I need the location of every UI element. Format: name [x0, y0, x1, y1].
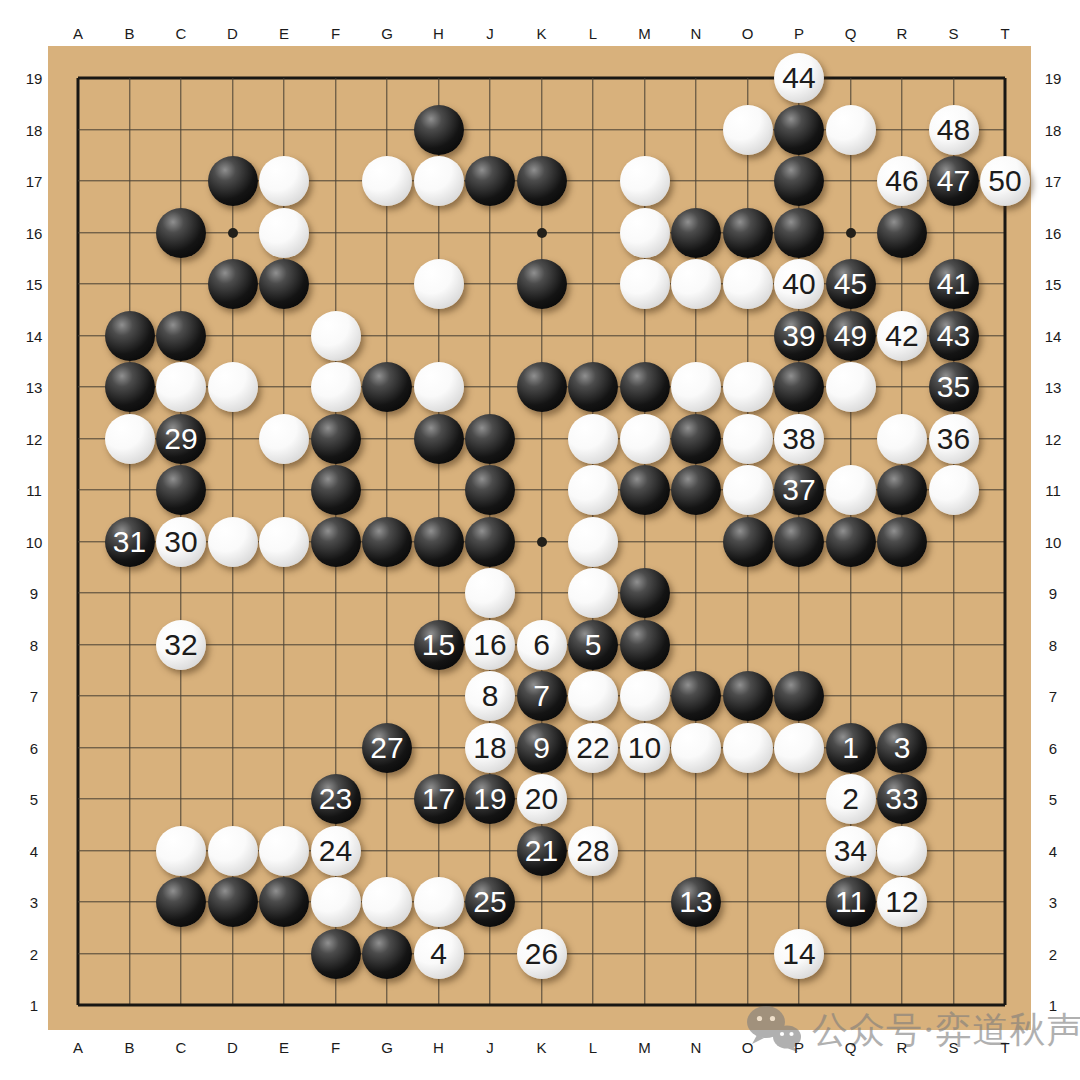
coordinate-label-bottom: H	[433, 1039, 444, 1056]
board-intersection-C12: 29	[155, 413, 207, 465]
board-intersection-K7: 7	[516, 670, 568, 722]
board-intersection-C3	[155, 876, 207, 928]
move-number: 8	[482, 681, 499, 711]
white-stone: 30	[156, 517, 206, 567]
coordinate-label-left: 16	[26, 224, 43, 241]
move-number: 47	[937, 166, 970, 196]
board-intersection-P11: 37	[773, 464, 825, 516]
white-stone	[723, 362, 773, 412]
black-stone	[774, 208, 824, 258]
board-intersection-R16	[876, 207, 928, 259]
go-board[interactable]: 4448464750404541394942433529383637313032…	[52, 52, 1031, 1031]
white-stone: 48	[929, 105, 979, 155]
board-intersection-S12: 36	[928, 413, 980, 465]
board-intersection-L12	[567, 413, 619, 465]
coordinate-label-top: F	[331, 25, 340, 42]
coordinate-label-left: 7	[30, 688, 38, 705]
coordinate-label-right: 15	[1045, 276, 1062, 293]
black-stone: 39	[774, 311, 824, 361]
board-intersection-R5: 33	[876, 773, 928, 825]
board-intersection-M13	[619, 361, 671, 413]
white-stone	[877, 414, 927, 464]
white-stone: 42	[877, 311, 927, 361]
white-stone: 6	[517, 620, 567, 670]
move-number: 14	[782, 939, 815, 969]
board-intersection-D4	[207, 825, 259, 877]
board-intersection-E10	[258, 516, 310, 568]
board-intersection-B13	[104, 361, 156, 413]
white-stone	[105, 414, 155, 464]
board-intersection-R6: 3	[876, 722, 928, 774]
black-stone	[465, 156, 515, 206]
white-stone: 12	[877, 877, 927, 927]
board-intersection-B14	[104, 310, 156, 362]
board-intersection-R3: 12	[876, 876, 928, 928]
black-stone	[620, 568, 670, 618]
board-intersection-R14: 42	[876, 310, 928, 362]
move-number: 40	[782, 269, 815, 299]
black-stone	[568, 362, 618, 412]
black-stone: 19	[465, 774, 515, 824]
board-intersection-R11	[876, 464, 928, 516]
move-number: 18	[473, 733, 506, 763]
black-stone	[208, 877, 258, 927]
board-intersection-M8	[619, 619, 671, 671]
board-intersection-L7	[567, 670, 619, 722]
coordinate-label-top: B	[124, 25, 134, 42]
black-stone: 15	[414, 620, 464, 670]
board-intersection-C4	[155, 825, 207, 877]
move-number: 19	[473, 784, 506, 814]
board-intersection-Q3: 11	[825, 876, 877, 928]
black-stone: 17	[414, 774, 464, 824]
board-intersection-S17: 47	[928, 155, 980, 207]
board-intersection-R4	[876, 825, 928, 877]
board-intersection-E17	[258, 155, 310, 207]
black-stone	[671, 465, 721, 515]
white-stone	[620, 208, 670, 258]
coordinate-label-top: P	[794, 25, 804, 42]
black-stone	[362, 929, 412, 979]
move-number: 32	[164, 630, 197, 660]
board-intersection-M11	[619, 464, 671, 516]
white-stone	[208, 517, 258, 567]
white-stone: 14	[774, 929, 824, 979]
black-stone	[156, 311, 206, 361]
board-intersection-H2: 4	[413, 928, 465, 980]
coordinate-label-bottom: S	[948, 1039, 958, 1056]
board-intersection-F5: 23	[310, 773, 362, 825]
coordinate-label-right: 11	[1045, 482, 1061, 499]
board-intersection-H3	[413, 876, 465, 928]
move-number: 12	[885, 887, 918, 917]
move-number: 11	[835, 887, 866, 917]
black-stone	[259, 877, 309, 927]
black-stone: 5	[568, 620, 618, 670]
black-stone	[517, 362, 567, 412]
coordinate-label-left: 12	[26, 430, 43, 447]
board-intersection-G3	[361, 876, 413, 928]
black-stone	[465, 517, 515, 567]
white-stone	[929, 465, 979, 515]
coordinate-label-top: G	[381, 25, 393, 42]
coordinate-label-left: 19	[26, 70, 43, 87]
white-stone: 34	[826, 826, 876, 876]
white-stone	[568, 465, 618, 515]
coordinate-label-right: 12	[1045, 430, 1062, 447]
white-stone: 36	[929, 414, 979, 464]
white-stone	[208, 826, 258, 876]
coordinate-label-left: 11	[26, 482, 42, 499]
board-intersection-N15	[670, 258, 722, 310]
board-intersection-S14: 43	[928, 310, 980, 362]
board-intersection-C8: 32	[155, 619, 207, 671]
white-stone: 50	[980, 156, 1030, 206]
coordinate-label-right: 10	[1045, 533, 1062, 550]
move-number: 36	[937, 424, 970, 454]
board-intersection-S15: 41	[928, 258, 980, 310]
coordinate-label-top: L	[589, 25, 597, 42]
board-intersection-M17	[619, 155, 671, 207]
coordinate-label-bottom: L	[589, 1039, 597, 1056]
coordinate-label-right: 14	[1045, 327, 1062, 344]
move-number: 4	[430, 939, 447, 969]
board-intersection-R17: 46	[876, 155, 928, 207]
black-stone	[774, 362, 824, 412]
board-intersection-N13	[670, 361, 722, 413]
white-stone	[723, 723, 773, 773]
move-number: 7	[533, 681, 550, 711]
white-stone: 20	[517, 774, 567, 824]
board-intersection-M12	[619, 413, 671, 465]
board-intersection-H13	[413, 361, 465, 413]
black-stone	[208, 156, 258, 206]
white-stone	[723, 259, 773, 309]
black-stone	[465, 414, 515, 464]
white-stone: 22	[568, 723, 618, 773]
move-number: 39	[782, 321, 815, 351]
white-stone	[414, 877, 464, 927]
coordinate-label-top: A	[73, 25, 83, 42]
board-intersection-L4: 28	[567, 825, 619, 877]
white-stone	[362, 877, 412, 927]
board-intersection-J9	[464, 567, 516, 619]
board-intersection-N16	[670, 207, 722, 259]
coordinate-label-right: 18	[1045, 121, 1062, 138]
board-intersection-O6	[722, 722, 774, 774]
coordinate-label-top: O	[742, 25, 754, 42]
black-stone: 11	[826, 877, 876, 927]
black-stone	[774, 105, 824, 155]
coordinate-label-left: 10	[26, 533, 43, 550]
board-intersection-J7: 8	[464, 670, 516, 722]
white-stone	[259, 414, 309, 464]
coordinate-label-bottom: O	[742, 1039, 754, 1056]
white-stone	[774, 723, 824, 773]
black-stone	[620, 465, 670, 515]
black-stone	[362, 362, 412, 412]
white-stone: 16	[465, 620, 515, 670]
black-stone: 9	[517, 723, 567, 773]
black-stone	[259, 259, 309, 309]
board-intersection-M15	[619, 258, 671, 310]
coordinate-label-top: E	[279, 25, 289, 42]
move-number: 35	[937, 372, 970, 402]
board-intersection-Q11	[825, 464, 877, 516]
board-intersection-S11	[928, 464, 980, 516]
move-number: 23	[319, 784, 352, 814]
white-stone: 38	[774, 414, 824, 464]
board-intersection-K4: 21	[516, 825, 568, 877]
board-intersection-E15	[258, 258, 310, 310]
black-stone: 23	[311, 774, 361, 824]
coordinate-label-top: D	[227, 25, 238, 42]
board-intersection-P10	[773, 516, 825, 568]
board-intersection-P17	[773, 155, 825, 207]
move-number: 49	[834, 321, 867, 351]
board-intersection-J11	[464, 464, 516, 516]
board-intersection-E3	[258, 876, 310, 928]
coordinate-label-left: 14	[26, 327, 43, 344]
coordinate-label-left: 18	[26, 121, 43, 138]
black-stone	[156, 877, 206, 927]
black-stone	[465, 465, 515, 515]
board-intersection-F4: 24	[310, 825, 362, 877]
white-stone	[414, 156, 464, 206]
board-intersection-J8: 16	[464, 619, 516, 671]
black-stone: 49	[826, 311, 876, 361]
white-stone	[465, 568, 515, 618]
black-stone	[414, 105, 464, 155]
move-number: 44	[782, 63, 815, 93]
coordinate-label-right: 7	[1049, 688, 1057, 705]
white-stone	[620, 156, 670, 206]
board-intersection-S13: 35	[928, 361, 980, 413]
coordinate-label-top: N	[691, 25, 702, 42]
board-intersection-B10: 31	[104, 516, 156, 568]
board-intersection-L10	[567, 516, 619, 568]
board-intersection-N6	[670, 722, 722, 774]
coordinate-label-right: 6	[1049, 739, 1057, 756]
board-intersection-P13	[773, 361, 825, 413]
move-number: 42	[885, 321, 918, 351]
white-stone	[414, 362, 464, 412]
coordinate-label-bottom: G	[381, 1039, 393, 1056]
move-number: 15	[422, 630, 455, 660]
board-intersection-B12	[104, 413, 156, 465]
coordinate-label-right: 5	[1049, 791, 1057, 808]
move-number: 3	[894, 733, 911, 763]
black-stone	[517, 259, 567, 309]
black-stone	[774, 517, 824, 567]
move-number: 24	[319, 836, 352, 866]
move-number: 2	[842, 784, 859, 814]
board-intersection-K5: 20	[516, 773, 568, 825]
white-stone: 44	[774, 53, 824, 103]
white-stone: 26	[517, 929, 567, 979]
board-intersection-Q5: 2	[825, 773, 877, 825]
coordinate-label-left: 1	[30, 997, 38, 1014]
black-stone	[723, 208, 773, 258]
move-number: 37	[782, 475, 815, 505]
board-intersection-N3: 13	[670, 876, 722, 928]
black-stone	[311, 414, 361, 464]
black-stone: 47	[929, 156, 979, 206]
white-stone	[671, 259, 721, 309]
board-intersection-D3	[207, 876, 259, 928]
board-intersection-G13	[361, 361, 413, 413]
move-number: 16	[473, 630, 506, 660]
board-intersection-P12: 38	[773, 413, 825, 465]
black-stone	[156, 465, 206, 515]
coordinate-label-bottom: P	[794, 1039, 804, 1056]
board-intersection-R12	[876, 413, 928, 465]
coordinate-label-top: J	[486, 25, 494, 42]
white-stone	[259, 826, 309, 876]
coordinate-label-bottom: N	[691, 1039, 702, 1056]
board-intersection-J6: 18	[464, 722, 516, 774]
board-intersection-L9	[567, 567, 619, 619]
coordinate-label-bottom: T	[1000, 1039, 1009, 1056]
white-stone: 2	[826, 774, 876, 824]
coordinate-label-right: 2	[1049, 945, 1057, 962]
white-stone	[568, 414, 618, 464]
black-stone	[311, 517, 361, 567]
board-intersection-G17	[361, 155, 413, 207]
move-number: 1	[842, 733, 859, 763]
black-stone	[620, 362, 670, 412]
black-stone	[671, 671, 721, 721]
board-intersection-Q15: 45	[825, 258, 877, 310]
white-stone	[208, 362, 258, 412]
move-number: 10	[628, 733, 661, 763]
move-number: 41	[937, 269, 970, 299]
black-stone	[414, 517, 464, 567]
board-intersection-P19: 44	[773, 52, 825, 104]
board-intersection-D17	[207, 155, 259, 207]
move-number: 13	[679, 887, 712, 917]
move-number: 9	[533, 733, 550, 763]
white-stone: 18	[465, 723, 515, 773]
white-stone	[620, 414, 670, 464]
board-intersection-L8: 5	[567, 619, 619, 671]
move-number: 46	[885, 166, 918, 196]
board-intersection-J12	[464, 413, 516, 465]
coordinate-label-bottom: E	[279, 1039, 289, 1056]
board-intersection-Q10	[825, 516, 877, 568]
board-intersection-T17: 50	[979, 155, 1031, 207]
black-stone: 33	[877, 774, 927, 824]
coordinate-label-left: 5	[30, 791, 38, 808]
board-intersection-L13	[567, 361, 619, 413]
board-intersection-O12	[722, 413, 774, 465]
black-stone: 29	[156, 414, 206, 464]
move-number: 20	[525, 784, 558, 814]
white-stone: 28	[568, 826, 618, 876]
white-stone	[156, 826, 206, 876]
move-number: 48	[937, 115, 970, 145]
coordinate-label-left: 15	[26, 276, 43, 293]
coordinate-label-top: C	[176, 25, 187, 42]
black-stone	[723, 517, 773, 567]
coordinate-label-top: R	[897, 25, 908, 42]
move-number: 38	[782, 424, 815, 454]
move-number: 5	[585, 630, 602, 660]
board-intersection-M6: 10	[619, 722, 671, 774]
coordinate-label-bottom: F	[331, 1039, 340, 1056]
board-intersection-C14	[155, 310, 207, 362]
board-intersection-C16	[155, 207, 207, 259]
move-number: 28	[576, 836, 609, 866]
coordinate-label-bottom: B	[124, 1039, 134, 1056]
board-intersection-O13	[722, 361, 774, 413]
white-stone	[671, 723, 721, 773]
board-intersection-N12	[670, 413, 722, 465]
white-stone	[311, 311, 361, 361]
board-intersection-F3	[310, 876, 362, 928]
move-number: 17	[422, 784, 455, 814]
board-intersection-M7	[619, 670, 671, 722]
board-intersection-M9	[619, 567, 671, 619]
move-number: 34	[834, 836, 867, 866]
white-stone	[671, 362, 721, 412]
black-stone	[877, 465, 927, 515]
coordinate-label-right: 16	[1045, 224, 1062, 241]
coordinate-label-right: 13	[1045, 379, 1062, 396]
black-stone	[311, 929, 361, 979]
black-stone	[105, 311, 155, 361]
move-number: 43	[937, 321, 970, 351]
board-intersection-G6: 27	[361, 722, 413, 774]
board-intersection-Q18	[825, 104, 877, 156]
black-stone	[311, 465, 361, 515]
black-stone: 3	[877, 723, 927, 773]
white-stone	[877, 826, 927, 876]
board-intersection-O18	[722, 104, 774, 156]
black-stone: 45	[826, 259, 876, 309]
coordinate-label-right: 1	[1049, 997, 1057, 1014]
coordinate-label-left: 13	[26, 379, 43, 396]
coordinate-label-left: 6	[30, 739, 38, 756]
board-intersection-J5: 19	[464, 773, 516, 825]
white-stone	[826, 465, 876, 515]
black-stone: 21	[517, 826, 567, 876]
board-intersection-F11	[310, 464, 362, 516]
black-stone: 7	[517, 671, 567, 721]
black-stone	[774, 671, 824, 721]
board-intersection-C10: 30	[155, 516, 207, 568]
board-intersection-F12	[310, 413, 362, 465]
board-intersection-Q14: 49	[825, 310, 877, 362]
white-stone	[259, 517, 309, 567]
board-intersection-O7	[722, 670, 774, 722]
board-intersection-P14: 39	[773, 310, 825, 362]
board-intersection-O16	[722, 207, 774, 259]
board-intersection-E4	[258, 825, 310, 877]
board-intersection-H8: 15	[413, 619, 465, 671]
black-stone	[156, 208, 206, 258]
board-intersection-K17	[516, 155, 568, 207]
black-stone: 27	[362, 723, 412, 773]
board-intersection-G2	[361, 928, 413, 980]
white-stone: 40	[774, 259, 824, 309]
black-stone	[105, 362, 155, 412]
board-intersection-H15	[413, 258, 465, 310]
board-intersection-H17	[413, 155, 465, 207]
coordinate-label-bottom: M	[638, 1039, 651, 1056]
board-intersection-E12	[258, 413, 310, 465]
white-stone	[723, 105, 773, 155]
